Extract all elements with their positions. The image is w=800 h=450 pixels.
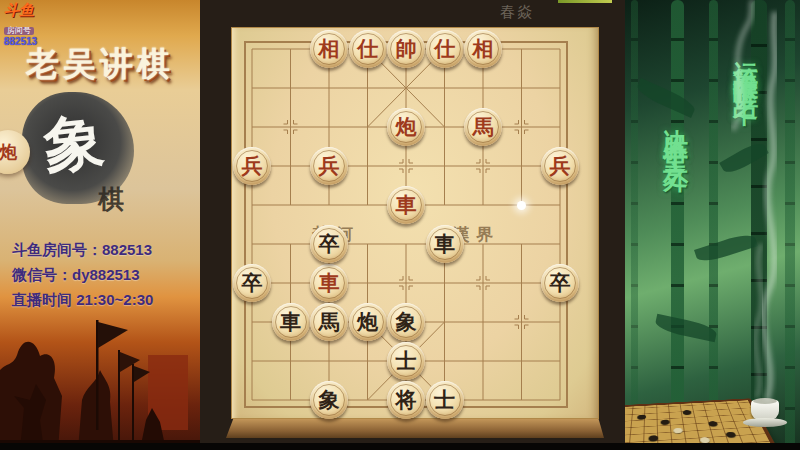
piece-red-相[interactable]: 相 [310,30,348,68]
left-banner-panel: 斗鱼 房间号 882513 老吴讲棋 象 棋 炮 斗鱼房间号：882513 微信… [0,0,200,450]
piece-black-卒[interactable]: 卒 [233,264,271,302]
go-stone [661,419,670,424]
bamboo-stalk [709,0,718,450]
teacup [751,400,779,420]
stream-screen: 斗鱼 房间号 882513 老吴讲棋 象 棋 炮 斗鱼房间号：882513 微信… [0,0,800,450]
piece-red-仕[interactable]: 仕 [349,30,387,68]
piece-black-車[interactable]: 車 [426,225,464,263]
cursor-dot [517,201,526,210]
bamboo-stalk [631,0,638,450]
room-info-line: 斗鱼房间号：882513 [12,237,153,262]
piece-black-士[interactable]: 士 [387,342,425,380]
piece-black-卒[interactable]: 卒 [541,264,579,302]
piece-black-将[interactable]: 将 [387,381,425,419]
go-stone [725,432,736,438]
piece-black-炮[interactable]: 炮 [349,303,387,341]
piece-red-車[interactable]: 車 [387,186,425,224]
channel-title: 老吴讲棋 [0,42,200,87]
slogan-left-column: 决胜千里之外 [659,108,692,338]
go-stone [649,435,659,441]
go-stone [708,421,718,427]
piece-red-相[interactable]: 相 [464,30,502,68]
piece-red-車[interactable]: 車 [310,264,348,302]
go-stone [637,414,646,419]
piece-red-馬[interactable]: 馬 [464,108,502,146]
piece-black-象[interactable]: 象 [310,381,348,419]
saucer [743,418,787,427]
piece-black-卒[interactable]: 卒 [310,225,348,263]
top-green-bar [558,0,612,3]
bottom-black-strip [0,443,800,450]
xiangqi-board[interactable]: 楚河 漢界 相仕帥仕相炮馬兵兵兵車車卒車卒卒車馬炮象士象将士 [232,28,598,418]
slogan-right-column: 运筹帷幄之中 [729,40,762,270]
go-stone [682,410,691,415]
piece-black-馬[interactable]: 馬 [310,303,348,341]
ink-calligraphy-char: 象 [40,101,108,188]
go-stone [673,428,683,434]
bamboo-stalk [785,0,795,450]
piece-red-兵[interactable]: 兵 [541,147,579,185]
piece-red-兵[interactable]: 兵 [233,147,271,185]
battle-scene-art [0,300,200,450]
decorative-cannon-label: 炮 [0,140,17,164]
piece-red-炮[interactable]: 炮 [387,108,425,146]
piece-black-士[interactable]: 士 [426,381,464,419]
piece-red-帥[interactable]: 帥 [387,30,425,68]
board-wood-edge [226,418,604,438]
piece-red-兵[interactable]: 兵 [310,147,348,185]
right-banner-panel: 运筹帷幄之中 决胜千里之外 [625,0,800,450]
room-badge: 房间号 [4,27,34,36]
player-name-watermark: 春焱 [500,3,534,22]
piece-red-仕[interactable]: 仕 [426,30,464,68]
ink-small-char: 棋 [98,182,124,217]
wechat-info-line: 微信号：dy882513 [12,262,153,287]
room-number: 882513 [4,36,37,47]
douyu-logo: 斗鱼 房间号 882513 [4,2,37,47]
game-area: 春焱 楚河 漢界 相仕帥仕相炮馬兵兵兵車車卒車卒卒車馬炮象士象将士 [200,0,625,450]
piece-black-象[interactable]: 象 [387,303,425,341]
piece-black-車[interactable]: 車 [272,303,310,341]
douyu-brand-text: 斗鱼 [4,2,37,19]
